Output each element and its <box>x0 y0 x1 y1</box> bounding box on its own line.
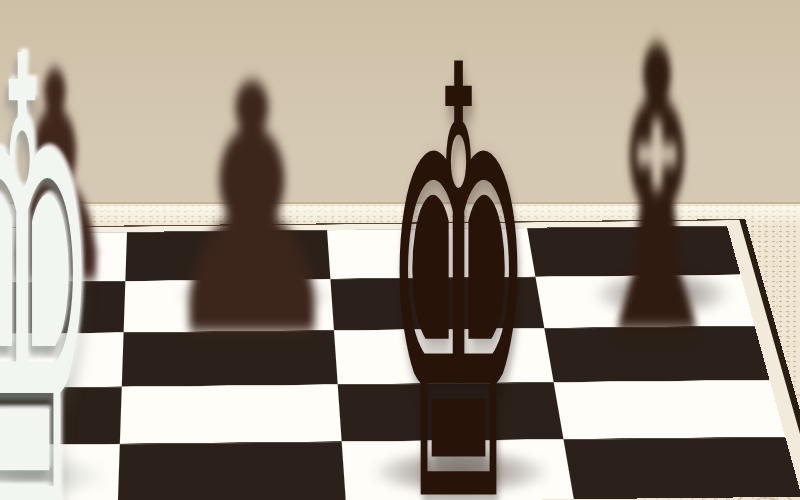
chess-photo-scene: ♟ ♟ ♝ ♚ ♚ <box>0 0 800 500</box>
black-bishop-piece: ♝ <box>570 0 745 392</box>
square-f4 <box>118 441 346 500</box>
black-king-piece: ♚ <box>374 0 542 500</box>
white-king-piece: ♚ <box>0 0 107 500</box>
square-h4 <box>563 437 800 500</box>
black-pawn-piece: ♟ <box>147 40 357 385</box>
